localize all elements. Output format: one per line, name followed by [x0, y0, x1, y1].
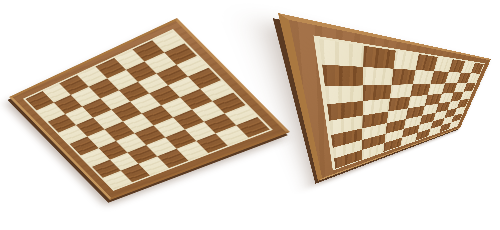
checkerboard-grid-left [25, 31, 269, 189]
square-a8 [319, 39, 363, 67]
maple-inlay-line-left [23, 29, 273, 191]
square-c8 [393, 50, 419, 69]
chessboard-left [9, 18, 290, 200]
product-photo-stage [0, 0, 500, 230]
square-c7 [391, 68, 416, 84]
square-b7 [363, 67, 393, 85]
maple-inlay-line-right [313, 35, 484, 170]
square-b8 [363, 46, 395, 69]
checkerboard-grid-right [319, 39, 484, 169]
square-a7 [322, 64, 363, 86]
chessboard-right [278, 13, 491, 181]
